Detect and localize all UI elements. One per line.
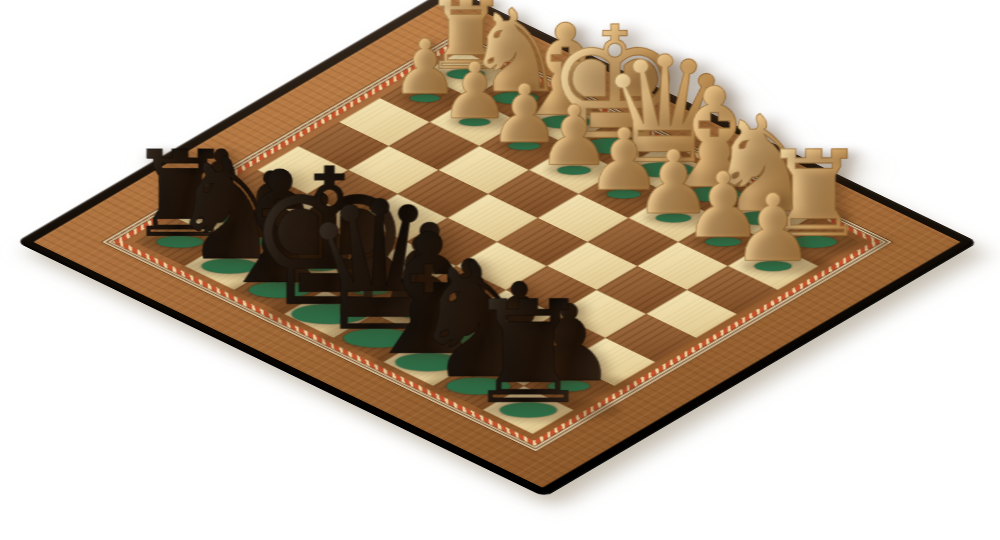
black-rook-icon: ♜ — [465, 283, 592, 424]
white-pawn-icon: ♟ — [731, 182, 814, 275]
chess-set-photo: ♜♞♝♛♚♝♞♜♟♟♟♟♟♟♟♟♟♟♟♟♟♟♟♟♜♞♝♛♚♝♞♜ — [0, 0, 1000, 540]
chess-board: ♜♞♝♛♚♝♞♜♟♟♟♟♟♟♟♟♟♟♟♟♟♟♟♟♜♞♝♛♚♝♞♜ — [16, 0, 978, 497]
